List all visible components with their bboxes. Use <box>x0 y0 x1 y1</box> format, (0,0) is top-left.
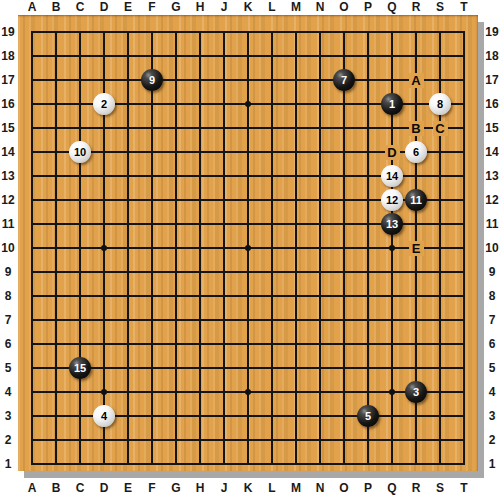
intersection-T7[interactable] <box>452 308 476 332</box>
intersection-K10[interactable] <box>236 236 260 260</box>
intersection-S17[interactable] <box>428 68 452 92</box>
intersection-R13[interactable] <box>404 164 428 188</box>
intersection-B6[interactable] <box>44 332 68 356</box>
intersection-B3[interactable] <box>44 404 68 428</box>
intersection-R14[interactable]: 6 <box>404 140 428 164</box>
intersection-A19[interactable] <box>20 20 44 44</box>
intersection-P18[interactable] <box>356 44 380 68</box>
intersection-A12[interactable] <box>20 188 44 212</box>
intersection-C1[interactable] <box>68 452 92 476</box>
intersection-E5[interactable] <box>116 356 140 380</box>
intersection-F16[interactable] <box>140 92 164 116</box>
intersection-L17[interactable] <box>260 68 284 92</box>
intersection-E4[interactable] <box>116 380 140 404</box>
intersection-S6[interactable] <box>428 332 452 356</box>
intersection-Q14[interactable]: D <box>380 140 404 164</box>
intersection-D17[interactable] <box>92 68 116 92</box>
intersection-Q13[interactable]: 14 <box>380 164 404 188</box>
intersection-F6[interactable] <box>140 332 164 356</box>
intersection-Q15[interactable] <box>380 116 404 140</box>
intersection-N15[interactable] <box>308 116 332 140</box>
intersection-G1[interactable] <box>164 452 188 476</box>
intersection-S13[interactable] <box>428 164 452 188</box>
intersection-R5[interactable] <box>404 356 428 380</box>
intersection-A3[interactable] <box>20 404 44 428</box>
intersection-C8[interactable] <box>68 284 92 308</box>
intersection-P6[interactable] <box>356 332 380 356</box>
intersection-H19[interactable] <box>188 20 212 44</box>
intersection-K13[interactable] <box>236 164 260 188</box>
intersection-A4[interactable] <box>20 380 44 404</box>
intersection-C2[interactable] <box>68 428 92 452</box>
intersection-R9[interactable] <box>404 260 428 284</box>
intersection-P2[interactable] <box>356 428 380 452</box>
intersection-G16[interactable] <box>164 92 188 116</box>
intersection-O12[interactable] <box>332 188 356 212</box>
intersection-Q12[interactable]: 12 <box>380 188 404 212</box>
intersection-P7[interactable] <box>356 308 380 332</box>
intersection-S19[interactable] <box>428 20 452 44</box>
intersection-T11[interactable] <box>452 212 476 236</box>
intersection-H16[interactable] <box>188 92 212 116</box>
intersection-S9[interactable] <box>428 260 452 284</box>
intersection-E3[interactable] <box>116 404 140 428</box>
intersection-H2[interactable] <box>188 428 212 452</box>
intersection-R12[interactable]: 11 <box>404 188 428 212</box>
intersection-R11[interactable] <box>404 212 428 236</box>
intersection-D1[interactable] <box>92 452 116 476</box>
intersection-F15[interactable] <box>140 116 164 140</box>
intersection-C12[interactable] <box>68 188 92 212</box>
intersection-A13[interactable] <box>20 164 44 188</box>
intersection-T2[interactable] <box>452 428 476 452</box>
intersection-N5[interactable] <box>308 356 332 380</box>
intersection-D7[interactable] <box>92 308 116 332</box>
intersection-B1[interactable] <box>44 452 68 476</box>
intersection-K2[interactable] <box>236 428 260 452</box>
intersection-B5[interactable] <box>44 356 68 380</box>
intersection-C18[interactable] <box>68 44 92 68</box>
intersection-O19[interactable] <box>332 20 356 44</box>
intersection-G8[interactable] <box>164 284 188 308</box>
intersection-H11[interactable] <box>188 212 212 236</box>
intersection-E18[interactable] <box>116 44 140 68</box>
intersection-D8[interactable] <box>92 284 116 308</box>
intersection-Q17[interactable] <box>380 68 404 92</box>
intersection-P11[interactable] <box>356 212 380 236</box>
intersection-Q1[interactable] <box>380 452 404 476</box>
intersection-F13[interactable] <box>140 164 164 188</box>
intersection-E12[interactable] <box>116 188 140 212</box>
intersection-M12[interactable] <box>284 188 308 212</box>
intersection-C13[interactable] <box>68 164 92 188</box>
intersection-Q19[interactable] <box>380 20 404 44</box>
intersection-K16[interactable] <box>236 92 260 116</box>
intersection-B15[interactable] <box>44 116 68 140</box>
intersection-P16[interactable] <box>356 92 380 116</box>
intersection-L3[interactable] <box>260 404 284 428</box>
intersection-J9[interactable] <box>212 260 236 284</box>
intersection-B16[interactable] <box>44 92 68 116</box>
intersection-O15[interactable] <box>332 116 356 140</box>
intersection-L9[interactable] <box>260 260 284 284</box>
intersection-C11[interactable] <box>68 212 92 236</box>
intersection-K17[interactable] <box>236 68 260 92</box>
intersection-L11[interactable] <box>260 212 284 236</box>
intersection-J7[interactable] <box>212 308 236 332</box>
intersection-S3[interactable] <box>428 404 452 428</box>
intersection-K8[interactable] <box>236 284 260 308</box>
intersection-S18[interactable] <box>428 44 452 68</box>
intersection-O10[interactable] <box>332 236 356 260</box>
intersection-T5[interactable] <box>452 356 476 380</box>
intersection-Q7[interactable] <box>380 308 404 332</box>
intersection-G19[interactable] <box>164 20 188 44</box>
intersection-R18[interactable] <box>404 44 428 68</box>
intersection-N16[interactable] <box>308 92 332 116</box>
intersection-O11[interactable] <box>332 212 356 236</box>
intersection-P3[interactable]: 5 <box>356 404 380 428</box>
intersection-J13[interactable] <box>212 164 236 188</box>
intersection-H3[interactable] <box>188 404 212 428</box>
intersection-B7[interactable] <box>44 308 68 332</box>
intersection-L10[interactable] <box>260 236 284 260</box>
intersection-N14[interactable] <box>308 140 332 164</box>
intersection-H4[interactable] <box>188 380 212 404</box>
intersection-L19[interactable] <box>260 20 284 44</box>
intersection-P17[interactable] <box>356 68 380 92</box>
intersection-K9[interactable] <box>236 260 260 284</box>
intersection-Q4[interactable] <box>380 380 404 404</box>
intersection-F1[interactable] <box>140 452 164 476</box>
intersection-O16[interactable] <box>332 92 356 116</box>
intersection-T15[interactable] <box>452 116 476 140</box>
intersection-D18[interactable] <box>92 44 116 68</box>
intersection-P1[interactable] <box>356 452 380 476</box>
intersection-C4[interactable] <box>68 380 92 404</box>
intersection-J4[interactable] <box>212 380 236 404</box>
intersection-Q3[interactable] <box>380 404 404 428</box>
intersection-N2[interactable] <box>308 428 332 452</box>
intersection-M6[interactable] <box>284 332 308 356</box>
intersection-T3[interactable] <box>452 404 476 428</box>
intersection-S4[interactable] <box>428 380 452 404</box>
intersection-G12[interactable] <box>164 188 188 212</box>
intersection-C17[interactable] <box>68 68 92 92</box>
intersection-O17[interactable]: 7 <box>332 68 356 92</box>
intersection-P14[interactable] <box>356 140 380 164</box>
intersection-C3[interactable] <box>68 404 92 428</box>
intersection-B18[interactable] <box>44 44 68 68</box>
intersection-H8[interactable] <box>188 284 212 308</box>
intersection-R6[interactable] <box>404 332 428 356</box>
intersection-L5[interactable] <box>260 356 284 380</box>
intersection-B13[interactable] <box>44 164 68 188</box>
intersection-F2[interactable] <box>140 428 164 452</box>
intersection-H6[interactable] <box>188 332 212 356</box>
intersection-Q6[interactable] <box>380 332 404 356</box>
intersection-E6[interactable] <box>116 332 140 356</box>
intersection-D4[interactable] <box>92 380 116 404</box>
intersection-L14[interactable] <box>260 140 284 164</box>
intersection-B10[interactable] <box>44 236 68 260</box>
intersection-N11[interactable] <box>308 212 332 236</box>
intersection-G3[interactable] <box>164 404 188 428</box>
intersection-O2[interactable] <box>332 428 356 452</box>
intersection-E17[interactable] <box>116 68 140 92</box>
intersection-A6[interactable] <box>20 332 44 356</box>
intersection-T16[interactable] <box>452 92 476 116</box>
intersection-E15[interactable] <box>116 116 140 140</box>
intersection-A5[interactable] <box>20 356 44 380</box>
intersection-D13[interactable] <box>92 164 116 188</box>
intersection-M10[interactable] <box>284 236 308 260</box>
intersection-K6[interactable] <box>236 332 260 356</box>
intersection-D15[interactable] <box>92 116 116 140</box>
intersection-A11[interactable] <box>20 212 44 236</box>
intersection-M4[interactable] <box>284 380 308 404</box>
intersection-O6[interactable] <box>332 332 356 356</box>
intersection-R17[interactable]: A <box>404 68 428 92</box>
intersection-A9[interactable] <box>20 260 44 284</box>
intersection-E2[interactable] <box>116 428 140 452</box>
intersection-L13[interactable] <box>260 164 284 188</box>
intersection-L4[interactable] <box>260 380 284 404</box>
intersection-H5[interactable] <box>188 356 212 380</box>
intersection-F7[interactable] <box>140 308 164 332</box>
intersection-R8[interactable] <box>404 284 428 308</box>
intersection-D10[interactable] <box>92 236 116 260</box>
intersection-H9[interactable] <box>188 260 212 284</box>
intersection-T6[interactable] <box>452 332 476 356</box>
intersection-J12[interactable] <box>212 188 236 212</box>
intersection-H7[interactable] <box>188 308 212 332</box>
intersection-G13[interactable] <box>164 164 188 188</box>
intersection-H14[interactable] <box>188 140 212 164</box>
intersection-A2[interactable] <box>20 428 44 452</box>
intersection-H10[interactable] <box>188 236 212 260</box>
intersection-C19[interactable] <box>68 20 92 44</box>
intersection-D19[interactable] <box>92 20 116 44</box>
intersection-J2[interactable] <box>212 428 236 452</box>
intersection-O1[interactable] <box>332 452 356 476</box>
intersection-M3[interactable] <box>284 404 308 428</box>
intersection-L16[interactable] <box>260 92 284 116</box>
intersection-D6[interactable] <box>92 332 116 356</box>
intersection-M7[interactable] <box>284 308 308 332</box>
intersection-O9[interactable] <box>332 260 356 284</box>
intersection-J5[interactable] <box>212 356 236 380</box>
intersection-J17[interactable] <box>212 68 236 92</box>
intersection-Q18[interactable] <box>380 44 404 68</box>
intersection-G7[interactable] <box>164 308 188 332</box>
intersection-P4[interactable] <box>356 380 380 404</box>
intersection-Q8[interactable] <box>380 284 404 308</box>
intersection-G5[interactable] <box>164 356 188 380</box>
intersection-G15[interactable] <box>164 116 188 140</box>
intersection-D2[interactable] <box>92 428 116 452</box>
intersection-N18[interactable] <box>308 44 332 68</box>
intersection-E1[interactable] <box>116 452 140 476</box>
intersection-K19[interactable] <box>236 20 260 44</box>
intersection-T19[interactable] <box>452 20 476 44</box>
intersection-M9[interactable] <box>284 260 308 284</box>
intersection-T18[interactable] <box>452 44 476 68</box>
intersection-T17[interactable] <box>452 68 476 92</box>
intersection-A16[interactable] <box>20 92 44 116</box>
intersection-N7[interactable] <box>308 308 332 332</box>
intersection-B8[interactable] <box>44 284 68 308</box>
intersection-F3[interactable] <box>140 404 164 428</box>
intersection-C15[interactable] <box>68 116 92 140</box>
intersection-B2[interactable] <box>44 428 68 452</box>
intersection-S12[interactable] <box>428 188 452 212</box>
intersection-N17[interactable] <box>308 68 332 92</box>
intersection-F9[interactable] <box>140 260 164 284</box>
intersection-K3[interactable] <box>236 404 260 428</box>
intersection-T10[interactable] <box>452 236 476 260</box>
intersection-E8[interactable] <box>116 284 140 308</box>
intersection-A1[interactable] <box>20 452 44 476</box>
intersection-J1[interactable] <box>212 452 236 476</box>
intersection-B4[interactable] <box>44 380 68 404</box>
intersection-D11[interactable] <box>92 212 116 236</box>
intersection-P12[interactable] <box>356 188 380 212</box>
intersection-J11[interactable] <box>212 212 236 236</box>
intersection-M16[interactable] <box>284 92 308 116</box>
intersection-O18[interactable] <box>332 44 356 68</box>
intersection-C7[interactable] <box>68 308 92 332</box>
intersection-A17[interactable] <box>20 68 44 92</box>
intersection-N19[interactable] <box>308 20 332 44</box>
intersection-B12[interactable] <box>44 188 68 212</box>
intersection-N8[interactable] <box>308 284 332 308</box>
intersection-M8[interactable] <box>284 284 308 308</box>
intersection-G11[interactable] <box>164 212 188 236</box>
intersection-E9[interactable] <box>116 260 140 284</box>
intersection-Q16[interactable]: 1 <box>380 92 404 116</box>
intersection-M19[interactable] <box>284 20 308 44</box>
intersection-H17[interactable] <box>188 68 212 92</box>
intersection-H1[interactable] <box>188 452 212 476</box>
intersection-L8[interactable] <box>260 284 284 308</box>
intersection-E7[interactable] <box>116 308 140 332</box>
intersection-N1[interactable] <box>308 452 332 476</box>
intersection-L18[interactable] <box>260 44 284 68</box>
intersection-O8[interactable] <box>332 284 356 308</box>
intersection-M1[interactable] <box>284 452 308 476</box>
intersection-R3[interactable] <box>404 404 428 428</box>
intersection-Q10[interactable] <box>380 236 404 260</box>
intersection-Q5[interactable] <box>380 356 404 380</box>
intersection-D9[interactable] <box>92 260 116 284</box>
intersection-Q2[interactable] <box>380 428 404 452</box>
intersection-P5[interactable] <box>356 356 380 380</box>
intersection-F8[interactable] <box>140 284 164 308</box>
intersection-C6[interactable] <box>68 332 92 356</box>
intersection-C5[interactable]: 15 <box>68 356 92 380</box>
intersection-G2[interactable] <box>164 428 188 452</box>
intersection-S10[interactable] <box>428 236 452 260</box>
intersection-K5[interactable] <box>236 356 260 380</box>
intersection-N12[interactable] <box>308 188 332 212</box>
intersection-R15[interactable]: B <box>404 116 428 140</box>
intersection-T8[interactable] <box>452 284 476 308</box>
intersection-F19[interactable] <box>140 20 164 44</box>
intersection-S14[interactable] <box>428 140 452 164</box>
intersection-M14[interactable] <box>284 140 308 164</box>
intersection-L7[interactable] <box>260 308 284 332</box>
intersection-J15[interactable] <box>212 116 236 140</box>
intersection-T14[interactable] <box>452 140 476 164</box>
intersection-B9[interactable] <box>44 260 68 284</box>
intersection-R16[interactable] <box>404 92 428 116</box>
intersection-G6[interactable] <box>164 332 188 356</box>
intersection-A18[interactable] <box>20 44 44 68</box>
intersection-S11[interactable] <box>428 212 452 236</box>
intersection-O5[interactable] <box>332 356 356 380</box>
intersection-M5[interactable] <box>284 356 308 380</box>
intersection-H18[interactable] <box>188 44 212 68</box>
intersection-T4[interactable] <box>452 380 476 404</box>
intersection-K7[interactable] <box>236 308 260 332</box>
intersection-P19[interactable] <box>356 20 380 44</box>
intersection-J6[interactable] <box>212 332 236 356</box>
intersection-C14[interactable]: 10 <box>68 140 92 164</box>
intersection-R7[interactable] <box>404 308 428 332</box>
intersection-L2[interactable] <box>260 428 284 452</box>
intersection-T1[interactable] <box>452 452 476 476</box>
intersection-N9[interactable] <box>308 260 332 284</box>
intersection-G10[interactable] <box>164 236 188 260</box>
intersection-F11[interactable] <box>140 212 164 236</box>
intersection-R2[interactable] <box>404 428 428 452</box>
intersection-G17[interactable] <box>164 68 188 92</box>
intersection-B17[interactable] <box>44 68 68 92</box>
intersection-B19[interactable] <box>44 20 68 44</box>
intersection-M15[interactable] <box>284 116 308 140</box>
intersection-L12[interactable] <box>260 188 284 212</box>
intersection-J19[interactable] <box>212 20 236 44</box>
intersection-L6[interactable] <box>260 332 284 356</box>
intersection-K1[interactable] <box>236 452 260 476</box>
intersection-J10[interactable] <box>212 236 236 260</box>
intersection-A15[interactable] <box>20 116 44 140</box>
intersection-D14[interactable] <box>92 140 116 164</box>
intersection-E13[interactable] <box>116 164 140 188</box>
intersection-E10[interactable] <box>116 236 140 260</box>
intersection-A8[interactable] <box>20 284 44 308</box>
intersection-D5[interactable] <box>92 356 116 380</box>
intersection-A14[interactable] <box>20 140 44 164</box>
intersection-M11[interactable] <box>284 212 308 236</box>
intersection-T12[interactable] <box>452 188 476 212</box>
intersection-C10[interactable] <box>68 236 92 260</box>
intersection-S1[interactable] <box>428 452 452 476</box>
intersection-Q11[interactable]: 13 <box>380 212 404 236</box>
intersection-J3[interactable] <box>212 404 236 428</box>
intersection-O7[interactable] <box>332 308 356 332</box>
intersection-K15[interactable] <box>236 116 260 140</box>
intersection-K14[interactable] <box>236 140 260 164</box>
intersection-S16[interactable]: 8 <box>428 92 452 116</box>
intersection-S8[interactable] <box>428 284 452 308</box>
intersection-T13[interactable] <box>452 164 476 188</box>
intersection-R19[interactable] <box>404 20 428 44</box>
intersection-O3[interactable] <box>332 404 356 428</box>
intersection-H12[interactable] <box>188 188 212 212</box>
intersection-O14[interactable] <box>332 140 356 164</box>
